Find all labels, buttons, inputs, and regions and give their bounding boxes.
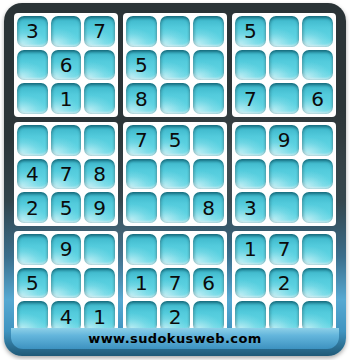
cell-r5c9[interactable] (302, 159, 333, 190)
cell-r1c9[interactable] (302, 16, 333, 47)
cell-r7c1[interactable] (17, 234, 48, 265)
cell-r7c8[interactable]: 7 (269, 234, 300, 265)
cell-r1c4[interactable] (126, 16, 157, 47)
cell-r5c3[interactable]: 8 (84, 159, 115, 190)
cell-r5c1[interactable]: 4 (17, 159, 48, 190)
cell-r4c7[interactable] (235, 125, 266, 156)
cell-r2c2[interactable]: 6 (51, 50, 82, 81)
cell-r5c2[interactable]: 7 (51, 159, 82, 190)
sudoku-page: 3761585764782597589395411762172 www.sudo… (0, 0, 350, 360)
cell-r8c3[interactable] (84, 268, 115, 299)
cell-r2c3[interactable] (84, 50, 115, 81)
cell-r5c8[interactable] (269, 159, 300, 190)
cell-r2c7[interactable] (235, 50, 266, 81)
cell-r4c2[interactable] (51, 125, 82, 156)
cell-r7c5[interactable] (160, 234, 191, 265)
cell-r3c7[interactable]: 7 (235, 83, 266, 114)
box-1-3: 576 (232, 13, 336, 117)
box-3-3: 172 (232, 231, 336, 335)
box-1-2: 58 (123, 13, 227, 117)
cell-r3c5[interactable] (160, 83, 191, 114)
cell-r8c9[interactable] (302, 268, 333, 299)
cell-r8c6[interactable]: 6 (193, 268, 224, 299)
cell-r7c2[interactable]: 9 (51, 234, 82, 265)
board-frame: 3761585764782597589395411762172 www.sudo… (4, 3, 346, 356)
cell-r1c5[interactable] (160, 16, 191, 47)
cell-r1c3[interactable]: 7 (84, 16, 115, 47)
cell-r4c4[interactable]: 7 (126, 125, 157, 156)
cell-r1c7[interactable]: 5 (235, 16, 266, 47)
cell-r2c4[interactable]: 5 (126, 50, 157, 81)
cell-r3c9[interactable]: 6 (302, 83, 333, 114)
cell-r6c7[interactable]: 3 (235, 192, 266, 223)
box-1-1: 3761 (14, 13, 118, 117)
cell-r8c8[interactable]: 2 (269, 268, 300, 299)
cell-r4c5[interactable]: 5 (160, 125, 191, 156)
cell-r4c1[interactable] (17, 125, 48, 156)
sudoku-board: 3761585764782597589395411762172 (14, 13, 336, 335)
cell-r5c4[interactable] (126, 159, 157, 190)
cell-r7c9[interactable] (302, 234, 333, 265)
cell-r7c3[interactable] (84, 234, 115, 265)
cell-r2c9[interactable] (302, 50, 333, 81)
cell-r4c9[interactable] (302, 125, 333, 156)
cell-r3c4[interactable]: 8 (126, 83, 157, 114)
cell-r7c6[interactable] (193, 234, 224, 265)
box-3-1: 9541 (14, 231, 118, 335)
cell-r4c6[interactable] (193, 125, 224, 156)
cell-r5c5[interactable] (160, 159, 191, 190)
footer-band: www.sudokusweb.com (11, 328, 339, 349)
cell-r2c5[interactable] (160, 50, 191, 81)
cell-r8c1[interactable]: 5 (17, 268, 48, 299)
cell-r6c8[interactable] (269, 192, 300, 223)
cell-r3c1[interactable] (17, 83, 48, 114)
cell-r3c3[interactable] (84, 83, 115, 114)
cell-r3c8[interactable] (269, 83, 300, 114)
cell-r2c8[interactable] (269, 50, 300, 81)
box-2-2: 758 (123, 122, 227, 226)
site-url[interactable]: www.sudokusweb.com (88, 331, 261, 346)
cell-r1c2[interactable] (51, 16, 82, 47)
cell-r3c2[interactable]: 1 (51, 83, 82, 114)
cell-r2c6[interactable] (193, 50, 224, 81)
cell-r6c4[interactable] (126, 192, 157, 223)
cell-r3c6[interactable] (193, 83, 224, 114)
cell-r6c2[interactable]: 5 (51, 192, 82, 223)
cell-r6c5[interactable] (160, 192, 191, 223)
box-2-3: 93 (232, 122, 336, 226)
cell-r1c8[interactable] (269, 16, 300, 47)
cell-r7c7[interactable]: 1 (235, 234, 266, 265)
cell-r8c4[interactable]: 1 (126, 268, 157, 299)
cell-r4c8[interactable]: 9 (269, 125, 300, 156)
cell-r8c2[interactable] (51, 268, 82, 299)
cell-r6c6[interactable]: 8 (193, 192, 224, 223)
cell-r6c1[interactable]: 2 (17, 192, 48, 223)
cell-r7c4[interactable] (126, 234, 157, 265)
box-2-1: 478259 (14, 122, 118, 226)
cell-r4c3[interactable] (84, 125, 115, 156)
cell-r6c3[interactable]: 9 (84, 192, 115, 223)
cell-r1c6[interactable] (193, 16, 224, 47)
cell-r2c1[interactable] (17, 50, 48, 81)
cell-r5c7[interactable] (235, 159, 266, 190)
cell-r1c1[interactable]: 3 (17, 16, 48, 47)
cell-r5c6[interactable] (193, 159, 224, 190)
cell-r8c7[interactable] (235, 268, 266, 299)
cell-r6c9[interactable] (302, 192, 333, 223)
box-3-2: 1762 (123, 231, 227, 335)
cell-r8c5[interactable]: 7 (160, 268, 191, 299)
